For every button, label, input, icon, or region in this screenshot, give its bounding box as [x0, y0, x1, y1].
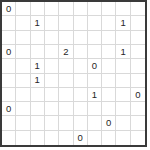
- cell-r10c8[interactable]: [102, 131, 116, 145]
- cell-r1c3[interactable]: [31, 2, 45, 16]
- cell-r8c3[interactable]: [31, 102, 45, 116]
- cell-r7c3[interactable]: [31, 88, 45, 102]
- cell-r6c5[interactable]: [59, 74, 73, 88]
- cell-r4c8[interactable]: [102, 45, 116, 59]
- cell-r7c7-clue: 1: [88, 88, 102, 102]
- cell-r6c10[interactable]: [131, 74, 145, 88]
- cell-r2c9-clue: 1: [116, 16, 130, 30]
- cell-r4c2[interactable]: [16, 45, 30, 59]
- cell-r8c1-clue: 0: [2, 102, 16, 116]
- cell-r3c6[interactable]: [74, 31, 88, 45]
- cell-r1c2[interactable]: [16, 2, 30, 16]
- cell-r5c10[interactable]: [131, 59, 145, 73]
- cell-r6c2[interactable]: [16, 74, 30, 88]
- cell-r5c1[interactable]: [2, 59, 16, 73]
- cell-r4c1-clue: 0: [2, 45, 16, 59]
- cell-r5c3-clue: 1: [31, 59, 45, 73]
- cell-r1c9[interactable]: [116, 2, 130, 16]
- cell-r2c4[interactable]: [45, 16, 59, 30]
- cell-r3c3[interactable]: [31, 31, 45, 45]
- cell-r10c1[interactable]: [2, 131, 16, 145]
- cell-r5c2[interactable]: [16, 59, 30, 73]
- cell-r2c6[interactable]: [74, 16, 88, 30]
- cell-r10c5[interactable]: [59, 131, 73, 145]
- cell-r5c4[interactable]: [45, 59, 59, 73]
- cell-r2c10[interactable]: [131, 16, 145, 30]
- cell-r9c7[interactable]: [88, 116, 102, 130]
- cell-r7c6[interactable]: [74, 88, 88, 102]
- cell-r9c1[interactable]: [2, 116, 16, 130]
- cell-r10c3[interactable]: [31, 131, 45, 145]
- cell-r7c4[interactable]: [45, 88, 59, 102]
- cell-r3c9[interactable]: [116, 31, 130, 45]
- cell-r3c8[interactable]: [102, 31, 116, 45]
- cell-r3c4[interactable]: [45, 31, 59, 45]
- cell-r4c9-clue: 1: [116, 45, 130, 59]
- cell-r9c8-clue: 0: [102, 116, 116, 130]
- cell-r8c7[interactable]: [88, 102, 102, 116]
- cell-r4c4[interactable]: [45, 45, 59, 59]
- cell-r1c5[interactable]: [59, 2, 73, 16]
- cell-r5c7-clue: 0: [88, 59, 102, 73]
- cell-r3c10[interactable]: [131, 31, 145, 45]
- cell-r6c1[interactable]: [2, 74, 16, 88]
- cell-r3c7[interactable]: [88, 31, 102, 45]
- cell-r6c3-clue: 1: [31, 74, 45, 88]
- cell-r8c5[interactable]: [59, 102, 73, 116]
- cell-r9c5[interactable]: [59, 116, 73, 130]
- puzzle-board: 01102110110000: [0, 0, 147, 147]
- cell-r7c1[interactable]: [2, 88, 16, 102]
- cell-r8c8[interactable]: [102, 102, 116, 116]
- cell-r7c8[interactable]: [102, 88, 116, 102]
- cell-r2c3-clue: 1: [31, 16, 45, 30]
- cell-r8c6[interactable]: [74, 102, 88, 116]
- cell-r5c9[interactable]: [116, 59, 130, 73]
- cell-r6c4[interactable]: [45, 74, 59, 88]
- cell-r6c9[interactable]: [116, 74, 130, 88]
- cell-r6c7[interactable]: [88, 74, 102, 88]
- cell-r6c6[interactable]: [74, 74, 88, 88]
- cell-r4c3[interactable]: [31, 45, 45, 59]
- cell-r10c2[interactable]: [16, 131, 30, 145]
- cell-r9c4[interactable]: [45, 116, 59, 130]
- cell-r10c6-clue: 0: [74, 131, 88, 145]
- cell-r4c5-clue: 2: [59, 45, 73, 59]
- cell-r7c5[interactable]: [59, 88, 73, 102]
- cell-r2c5[interactable]: [59, 16, 73, 30]
- cell-r1c8[interactable]: [102, 2, 116, 16]
- cell-r9c2[interactable]: [16, 116, 30, 130]
- cell-r2c7[interactable]: [88, 16, 102, 30]
- cell-r10c9[interactable]: [116, 131, 130, 145]
- cell-r7c10-clue: 0: [131, 88, 145, 102]
- cell-r5c8[interactable]: [102, 59, 116, 73]
- cell-r10c7[interactable]: [88, 131, 102, 145]
- cell-r4c6[interactable]: [74, 45, 88, 59]
- cell-r10c10[interactable]: [131, 131, 145, 145]
- cell-r1c7[interactable]: [88, 2, 102, 16]
- cell-r8c9[interactable]: [116, 102, 130, 116]
- cell-r3c5[interactable]: [59, 31, 73, 45]
- cell-r9c9[interactable]: [116, 116, 130, 130]
- cell-r8c4[interactable]: [45, 102, 59, 116]
- cell-r1c4[interactable]: [45, 2, 59, 16]
- cell-r4c10[interactable]: [131, 45, 145, 59]
- cell-r8c2[interactable]: [16, 102, 30, 116]
- cell-r6c8[interactable]: [102, 74, 116, 88]
- cell-r7c2[interactable]: [16, 88, 30, 102]
- cell-r4c7[interactable]: [88, 45, 102, 59]
- cell-r2c8[interactable]: [102, 16, 116, 30]
- cell-r9c3[interactable]: [31, 116, 45, 130]
- cell-r8c10[interactable]: [131, 102, 145, 116]
- cell-r3c1[interactable]: [2, 31, 16, 45]
- cell-r9c10[interactable]: [131, 116, 145, 130]
- cell-r3c2[interactable]: [16, 31, 30, 45]
- cell-r7c9[interactable]: [116, 88, 130, 102]
- cell-r1c6[interactable]: [74, 2, 88, 16]
- cell-r5c5[interactable]: [59, 59, 73, 73]
- cell-r1c1-clue: 0: [2, 2, 16, 16]
- cell-r2c1[interactable]: [2, 16, 16, 30]
- cell-r9c6[interactable]: [74, 116, 88, 130]
- cell-r10c4[interactable]: [45, 131, 59, 145]
- cell-r1c10[interactable]: [131, 2, 145, 16]
- cell-r2c2[interactable]: [16, 16, 30, 30]
- cell-r5c6[interactable]: [74, 59, 88, 73]
